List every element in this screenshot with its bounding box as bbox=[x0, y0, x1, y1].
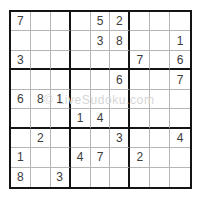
cell-r2c5[interactable]: 3 bbox=[91, 31, 111, 50]
given-digit: 4 bbox=[77, 151, 84, 163]
cell-r6c3[interactable] bbox=[51, 109, 71, 128]
given-digit: 1 bbox=[56, 93, 63, 105]
cell-r3c8[interactable] bbox=[150, 51, 170, 70]
cell-r4c6[interactable]: 6 bbox=[110, 70, 130, 89]
cell-r3c2[interactable] bbox=[31, 51, 51, 70]
cell-r3c4[interactable] bbox=[71, 51, 91, 70]
cell-r5c3[interactable]: 1 bbox=[51, 90, 71, 109]
cell-r3c9[interactable]: 6 bbox=[170, 51, 190, 70]
cell-r4c1[interactable] bbox=[11, 70, 31, 89]
cell-r2c2[interactable] bbox=[31, 31, 51, 50]
given-digit: 3 bbox=[17, 54, 24, 66]
given-digit: 4 bbox=[177, 132, 184, 144]
cell-r7c2[interactable]: 2 bbox=[31, 129, 51, 148]
cell-r2c9[interactable]: 1 bbox=[170, 31, 190, 50]
cell-r1c7[interactable] bbox=[130, 12, 150, 31]
cell-r5c6[interactable] bbox=[110, 90, 130, 109]
cell-r6c4[interactable]: 1 bbox=[71, 109, 91, 128]
cell-r6c7[interactable] bbox=[130, 109, 150, 128]
cell-r7c9[interactable]: 4 bbox=[170, 129, 190, 148]
cell-r2c3[interactable] bbox=[51, 31, 71, 50]
given-digit: 6 bbox=[116, 74, 123, 86]
given-digit: 1 bbox=[77, 112, 84, 124]
cell-r7c4[interactable] bbox=[71, 129, 91, 148]
given-digit: 3 bbox=[116, 132, 123, 144]
cell-r7c3[interactable] bbox=[51, 129, 71, 148]
cell-r7c7[interactable] bbox=[130, 129, 150, 148]
cell-r1c8[interactable] bbox=[150, 12, 170, 31]
cell-r5c9[interactable] bbox=[170, 90, 190, 109]
cell-r6c8[interactable] bbox=[150, 109, 170, 128]
given-digit: 4 bbox=[97, 112, 104, 124]
given-digit: 5 bbox=[97, 15, 104, 27]
given-digit: 2 bbox=[136, 151, 143, 163]
cell-r5c2[interactable]: 8 bbox=[31, 90, 51, 109]
cell-r1c2[interactable] bbox=[31, 12, 51, 31]
cell-r7c5[interactable] bbox=[91, 129, 111, 148]
given-digit: 6 bbox=[177, 54, 184, 66]
cell-r8c6[interactable] bbox=[110, 148, 130, 167]
cell-r9c7[interactable] bbox=[130, 168, 150, 187]
cell-r9c6[interactable] bbox=[110, 168, 130, 187]
cell-r8c1[interactable]: 1 bbox=[11, 148, 31, 167]
cell-r5c4[interactable] bbox=[71, 90, 91, 109]
cell-r7c6[interactable]: 3 bbox=[110, 129, 130, 148]
cell-r2c7[interactable] bbox=[130, 31, 150, 50]
cell-r1c1[interactable]: 7 bbox=[11, 12, 31, 31]
cell-r5c8[interactable] bbox=[150, 90, 170, 109]
given-digit: 7 bbox=[97, 151, 104, 163]
cell-r9c9[interactable] bbox=[170, 168, 190, 187]
cell-r5c7[interactable] bbox=[130, 90, 150, 109]
given-digit: 7 bbox=[136, 54, 143, 66]
cell-r1c9[interactable] bbox=[170, 12, 190, 31]
given-digit: 8 bbox=[116, 35, 123, 47]
cell-r1c6[interactable]: 2 bbox=[110, 12, 130, 31]
cell-r3c5[interactable] bbox=[91, 51, 111, 70]
cell-r8c9[interactable] bbox=[170, 148, 190, 167]
cell-r6c5[interactable]: 4 bbox=[91, 109, 111, 128]
cell-r4c4[interactable] bbox=[71, 70, 91, 89]
given-digit: 8 bbox=[17, 171, 24, 183]
cell-r4c9[interactable]: 7 bbox=[170, 70, 190, 89]
cell-r9c1[interactable]: 8 bbox=[11, 168, 31, 187]
cell-r8c3[interactable] bbox=[51, 148, 71, 167]
cell-r6c2[interactable] bbox=[31, 109, 51, 128]
cell-r9c5[interactable] bbox=[91, 168, 111, 187]
cell-r1c5[interactable]: 5 bbox=[91, 12, 111, 31]
cell-r3c6[interactable] bbox=[110, 51, 130, 70]
cell-r8c8[interactable] bbox=[150, 148, 170, 167]
cell-r4c2[interactable] bbox=[31, 70, 51, 89]
given-digit: 1 bbox=[17, 151, 24, 163]
cell-r6c6[interactable] bbox=[110, 109, 130, 128]
cell-r3c3[interactable] bbox=[51, 51, 71, 70]
cell-r4c5[interactable] bbox=[91, 70, 111, 89]
cell-r7c1[interactable] bbox=[11, 129, 31, 148]
cell-r2c1[interactable] bbox=[11, 31, 31, 50]
cell-r9c4[interactable] bbox=[71, 168, 91, 187]
cell-r2c8[interactable] bbox=[150, 31, 170, 50]
cell-r2c4[interactable] bbox=[71, 31, 91, 50]
given-digit: 2 bbox=[37, 132, 44, 144]
given-digit: 1 bbox=[177, 35, 184, 47]
cell-r1c3[interactable] bbox=[51, 12, 71, 31]
cell-r3c7[interactable]: 7 bbox=[130, 51, 150, 70]
cell-r4c7[interactable] bbox=[130, 70, 150, 89]
cell-r6c1[interactable] bbox=[11, 109, 31, 128]
cell-r4c8[interactable] bbox=[150, 70, 170, 89]
given-digit: 3 bbox=[97, 35, 104, 47]
cell-r8c7[interactable]: 2 bbox=[130, 148, 150, 167]
given-digit: 2 bbox=[116, 15, 123, 27]
cell-r9c2[interactable] bbox=[31, 168, 51, 187]
cell-r8c4[interactable]: 4 bbox=[71, 148, 91, 167]
cell-r8c5[interactable]: 7 bbox=[91, 148, 111, 167]
cell-r2c6[interactable]: 8 bbox=[110, 31, 130, 50]
given-digit: 6 bbox=[17, 93, 24, 105]
cell-r9c8[interactable] bbox=[150, 168, 170, 187]
cell-r3c1[interactable]: 3 bbox=[11, 51, 31, 70]
cell-r4c3[interactable] bbox=[51, 70, 71, 89]
cell-r5c1[interactable]: 6 bbox=[11, 90, 31, 109]
given-digit: 7 bbox=[177, 74, 184, 86]
given-digit: 3 bbox=[56, 171, 63, 183]
cell-r1c4[interactable] bbox=[71, 12, 91, 31]
cell-r6c9[interactable] bbox=[170, 109, 190, 128]
given-digit: 8 bbox=[37, 93, 44, 105]
given-digit: 7 bbox=[17, 15, 24, 27]
cell-r9c3[interactable]: 3 bbox=[51, 168, 71, 187]
sudoku-board: 7523813766768114234147283 bbox=[9, 10, 192, 189]
cell-r5c5[interactable] bbox=[91, 90, 111, 109]
cell-r7c8[interactable] bbox=[150, 129, 170, 148]
cell-r8c2[interactable] bbox=[31, 148, 51, 167]
